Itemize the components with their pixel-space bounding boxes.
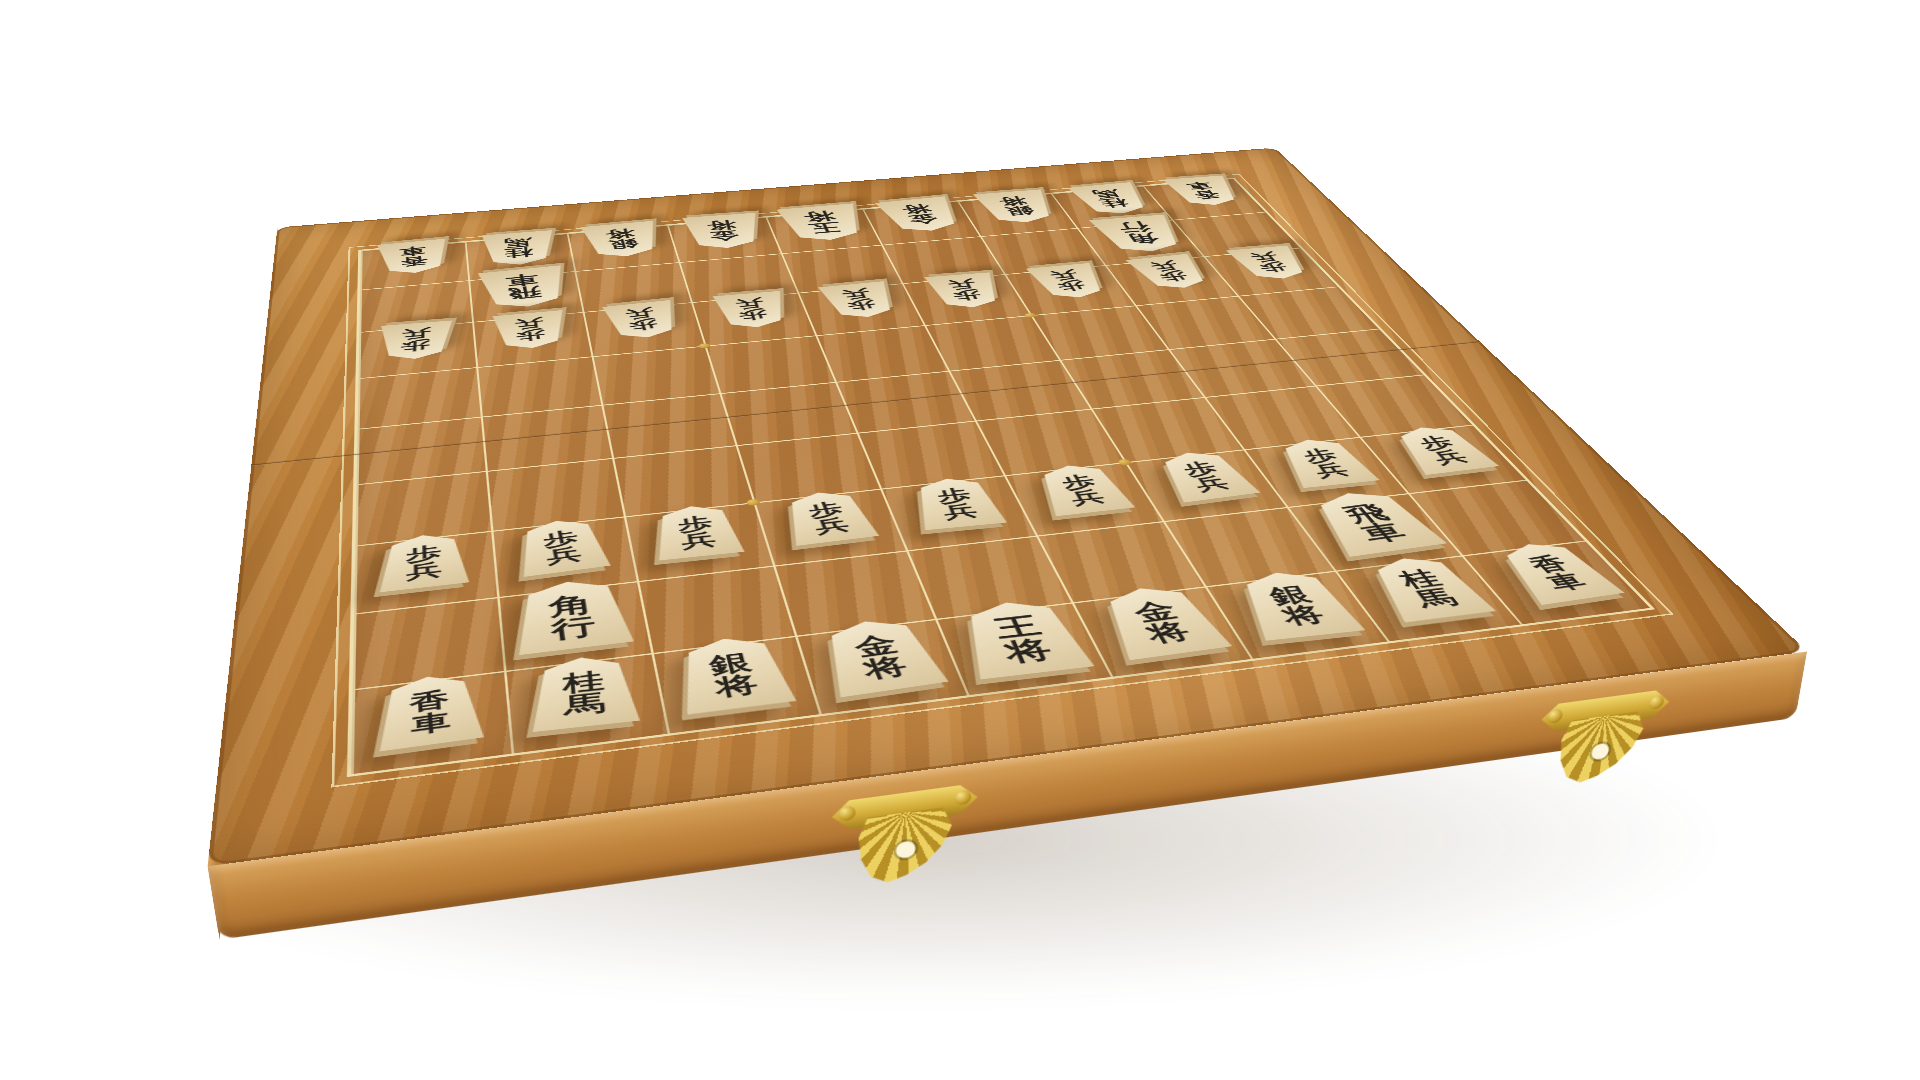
koma-kanji: 銀将 <box>1228 568 1365 641</box>
koma-kanji: 歩兵 <box>713 291 792 330</box>
koma-4a-gold[interactable]: 金将 <box>874 196 966 234</box>
koma-8b-rook[interactable]: 飛車 <box>478 265 571 311</box>
front-latch[interactable] <box>819 777 989 898</box>
star-point <box>1117 459 1133 466</box>
koma-kanji: 角行 <box>512 576 634 655</box>
koma-kanji: 歩兵 <box>1226 246 1315 282</box>
koma-kanji: 歩兵 <box>1150 448 1260 502</box>
scene: 香車桂馬銀将金将玉将金将銀将桂馬香車飛車角行歩兵歩兵歩兵歩兵歩兵歩兵歩兵歩兵歩兵… <box>0 0 1920 1080</box>
koma-8g-pawn[interactable]: 歩兵 <box>514 516 610 577</box>
koma-kanji: 歩兵 <box>650 502 745 560</box>
star-point <box>746 499 761 507</box>
right-latch[interactable] <box>1522 683 1682 797</box>
koma-8a-knight[interactable]: 桂馬 <box>481 230 556 267</box>
koma-kanji: 金将 <box>1091 582 1232 660</box>
koma-3i-silver[interactable]: 銀将 <box>1228 568 1365 641</box>
koma-kanji: 飛車 <box>478 265 571 311</box>
koma-9a-lance[interactable]: 香車 <box>377 239 450 277</box>
koma-1a-lance[interactable]: 香車 <box>1162 176 1245 208</box>
koma-6g-pawn[interactable]: 歩兵 <box>778 488 879 546</box>
koma-kanji: 銀将 <box>672 632 796 714</box>
koma-kanji: 桂馬 <box>1359 553 1496 622</box>
koma-7a-silver[interactable]: 銀将 <box>580 221 663 260</box>
koma-4i-gold[interactable]: 金将 <box>1091 582 1232 660</box>
koma-kanji: 歩兵 <box>380 531 469 593</box>
koma-kanji: 桂馬 <box>529 652 639 732</box>
koma-3c-pawn[interactable]: 歩兵 <box>1026 263 1112 300</box>
koma-5i-king[interactable]: 王将 <box>951 597 1093 680</box>
koma-9c-pawn[interactable]: 歩兵 <box>378 320 452 361</box>
koma-8h-bishop[interactable]: 角行 <box>512 576 634 655</box>
koma-kanji: 歩兵 <box>1386 423 1500 475</box>
koma-2i-knight[interactable]: 桂馬 <box>1359 553 1496 622</box>
koma-7g-pawn[interactable]: 歩兵 <box>650 502 745 560</box>
koma-7c-pawn[interactable]: 歩兵 <box>602 300 683 341</box>
koma-3a-silver[interactable]: 銀将 <box>972 189 1061 225</box>
playing-field[interactable]: 香車桂馬銀将金将玉将金将銀将桂馬香車飛車角行歩兵歩兵歩兵歩兵歩兵歩兵歩兵歩兵歩兵… <box>347 178 1655 778</box>
koma-kanji: 金将 <box>682 213 765 251</box>
koma-3g-pawn[interactable]: 歩兵 <box>1150 448 1260 502</box>
koma-9i-lance[interactable]: 香車 <box>377 670 483 751</box>
koma-2b-bishop[interactable]: 角行 <box>1089 215 1191 255</box>
koma-4c-pawn[interactable]: 歩兵 <box>924 272 1006 309</box>
koma-5a-king[interactable]: 玉将 <box>776 203 870 243</box>
koma-4g-pawn[interactable]: 歩兵 <box>1030 461 1135 516</box>
koma-6a-gold[interactable]: 金将 <box>682 213 765 251</box>
koma-6i-gold[interactable]: 金将 <box>813 614 948 697</box>
koma-kanji: 桂馬 <box>481 230 556 267</box>
koma-6c-pawn[interactable]: 歩兵 <box>713 291 792 330</box>
koma-5c-pawn[interactable]: 歩兵 <box>818 281 902 320</box>
koma-5g-pawn[interactable]: 歩兵 <box>907 475 1006 530</box>
koma-8i-knight[interactable]: 桂馬 <box>529 652 639 732</box>
koma-7i-silver[interactable]: 銀将 <box>672 632 796 714</box>
shogi-board: 香車桂馬銀将金将玉将金将銀将桂馬香車飛車角行歩兵歩兵歩兵歩兵歩兵歩兵歩兵歩兵歩兵… <box>208 148 1808 867</box>
koma-kanji: 歩兵 <box>1126 254 1216 291</box>
koma-2c-pawn[interactable]: 歩兵 <box>1126 254 1216 291</box>
koma-8c-pawn[interactable]: 歩兵 <box>493 310 569 351</box>
koma-9g-pawn[interactable]: 歩兵 <box>380 531 469 593</box>
koma-kanji: 香車 <box>377 239 450 277</box>
board-left-edge <box>208 227 284 939</box>
star-point <box>1024 313 1038 318</box>
koma-kanji: 歩兵 <box>378 320 452 361</box>
koma-kanji: 香車 <box>1488 539 1624 605</box>
koma-kanji: 銀将 <box>580 221 663 260</box>
koma-1i-lance[interactable]: 香車 <box>1488 539 1624 605</box>
koma-1g-pawn[interactable]: 歩兵 <box>1386 423 1500 475</box>
koma-2g-pawn[interactable]: 歩兵 <box>1271 436 1380 488</box>
latch-flap-icon <box>858 806 952 886</box>
koma-kanji: 香車 <box>377 670 483 751</box>
star-point <box>698 343 711 349</box>
koma-2a-knight[interactable]: 桂馬 <box>1067 182 1155 216</box>
koma-kanji: 歩兵 <box>493 310 569 351</box>
koma-2h-rook[interactable]: 飛車 <box>1301 487 1447 557</box>
koma-kanji: 歩兵 <box>1271 436 1380 488</box>
koma-1c-pawn[interactable]: 歩兵 <box>1226 246 1315 282</box>
